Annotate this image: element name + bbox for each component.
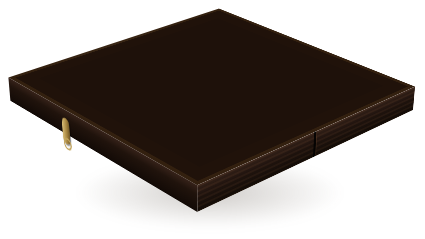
- chess-board: [8, 8, 415, 185]
- perspective-scene: [0, 0, 425, 239]
- board-top: [8, 8, 415, 185]
- product-photo: [0, 0, 425, 239]
- brass-latch-icon: [62, 116, 71, 146]
